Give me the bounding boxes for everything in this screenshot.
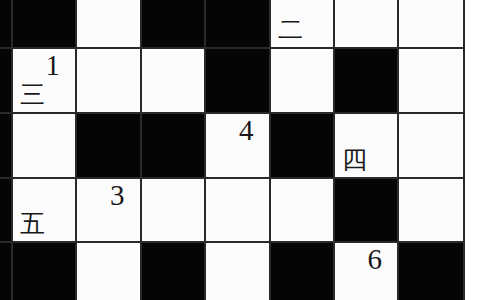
cell-r2c6[interactable]: 四 [335,114,397,177]
cell-r1c1[interactable]: 1三 [13,49,75,112]
cell-r1c2[interactable] [77,49,140,112]
cell-r1c3[interactable] [142,49,204,112]
puzzle-screenshot: 二1三4四五36 [0,0,480,300]
cell-r4c3 [142,243,204,300]
cell-r0c5[interactable]: 二 [271,0,333,47]
cell-r3c2[interactable]: 3 [77,179,140,241]
clue-number-chinese: 四 [342,147,367,172]
cell-r4c2[interactable] [77,243,140,300]
cell-r0c4 [206,0,269,47]
cell-r0c1 [13,0,75,47]
clue-number-arabic: 1 [45,51,60,80]
clue-number-arabic: 4 [239,116,254,145]
cell-r2c2 [77,114,140,177]
cell-r0c2[interactable] [77,0,140,47]
cell-r3c3[interactable] [142,179,204,241]
clue-number-arabic: 3 [110,181,125,210]
clue-number-arabic: 6 [367,245,382,274]
cell-r0c7[interactable] [399,0,463,47]
cell-r1c7[interactable] [399,49,463,112]
cell-r1c5[interactable] [271,49,333,112]
cell-r4c4[interactable] [206,243,269,300]
cell-r0c3 [142,0,204,47]
cell-r3c1[interactable]: 五 [13,179,75,241]
cell-r2c3 [142,114,204,177]
cell-r0c6[interactable] [335,0,397,47]
cell-r3c6 [335,179,397,241]
clue-number-chinese: 三 [20,82,45,107]
cell-r1c6 [335,49,397,112]
crossword-grid: 二1三4四五36 [0,0,465,300]
cell-r3c7[interactable] [399,179,463,241]
cell-r3c5[interactable] [271,179,333,241]
cell-r4c1 [13,243,75,300]
cell-r4c5 [271,243,333,300]
cell-r3c0 [0,179,11,241]
cell-r0c0 [0,0,11,47]
cell-r2c4[interactable]: 4 [206,114,269,177]
cell-r4c7 [399,243,463,300]
cell-r4c0 [0,243,11,300]
cell-r4c6[interactable]: 6 [335,243,397,300]
cell-r1c4 [206,49,269,112]
clue-number-chinese: 二 [278,17,303,42]
cell-r1c0 [0,49,11,112]
cell-r2c0 [0,114,11,177]
cell-r3c4[interactable] [206,179,269,241]
cell-r2c7[interactable] [399,114,463,177]
clue-number-chinese: 五 [20,211,45,236]
cell-r2c1[interactable] [13,114,75,177]
cell-r2c5 [271,114,333,177]
